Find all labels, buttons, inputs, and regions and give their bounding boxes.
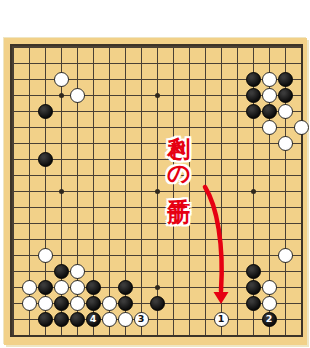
stone-black [262,104,277,119]
stone-black [278,72,293,87]
stone-black [246,88,261,103]
go-theme-diagram: テーマ図 3142 利きの手筋 [0,0,310,348]
stone-black [150,296,165,311]
theme-title-badge: テーマ図 [102,3,209,33]
stone-black-move-2: 2 [262,312,277,327]
stone-white [262,88,277,103]
stones-layer: 3142 [5,39,309,343]
stone-white [70,264,85,279]
stone-white [262,120,277,135]
stone-black [70,312,85,327]
stone-white [278,248,293,263]
stone-black [54,312,69,327]
stone-black [246,264,261,279]
stone-white [54,72,69,87]
stone-white [70,296,85,311]
stone-black [86,296,101,311]
stone-white [54,280,69,295]
star-point [59,93,64,98]
star-point [59,189,64,194]
stone-white [278,104,293,119]
move-number: 1 [218,314,225,324]
stone-white [38,248,53,263]
stone-black [246,104,261,119]
move-number: 4 [90,314,97,324]
theme-title-label: テーマ図 [117,7,194,27]
stone-black [86,280,101,295]
annotation-text: 利きの手筋 [166,118,191,186]
star-point [155,93,160,98]
go-board: 3142 [4,38,307,345]
stone-black [246,280,261,295]
stone-black [54,296,69,311]
stone-white [262,296,277,311]
stone-black [38,104,53,119]
stone-black [38,152,53,167]
stone-black [246,296,261,311]
stone-white-move-3: 3 [134,312,149,327]
stone-white [70,280,85,295]
stone-black [38,280,53,295]
stone-black [118,280,133,295]
move-number: 3 [138,314,145,324]
stone-white [22,280,37,295]
stone-white-move-1: 1 [214,312,229,327]
stone-black [38,312,53,327]
stone-white [262,72,277,87]
stone-white [102,296,117,311]
stone-black [278,88,293,103]
stone-black [246,72,261,87]
stone-black-move-4: 4 [86,312,101,327]
star-point [155,285,160,290]
stone-black [54,264,69,279]
stone-white [294,120,309,135]
stone-white [262,280,277,295]
stone-white [70,88,85,103]
stone-white [118,312,133,327]
stone-white [38,296,53,311]
star-point [155,189,160,194]
stone-black [118,296,133,311]
stone-white [278,136,293,151]
stone-white [22,296,37,311]
star-point [251,189,256,194]
stone-white [102,312,117,327]
move-number: 2 [266,314,273,324]
